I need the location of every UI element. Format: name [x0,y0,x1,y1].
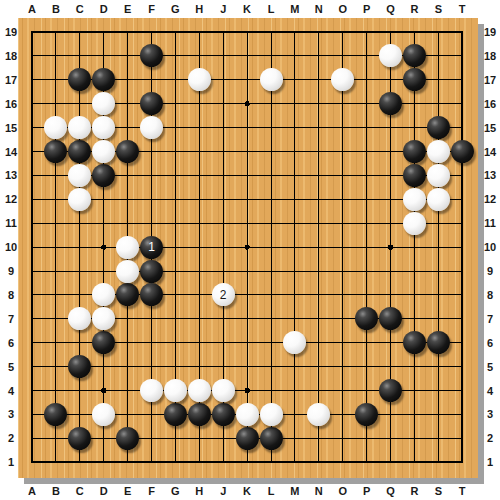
coord-bottom-J: J [220,485,226,497]
coord-top-N: N [315,3,323,15]
coord-left-17: 17 [5,74,17,86]
stone-black-P3 [355,403,378,426]
stone-white-S12 [427,188,450,211]
coord-bottom-R: R [410,485,418,497]
stone-white-H17 [188,68,211,91]
coord-top-O: O [338,3,347,15]
coord-bottom-L: L [268,485,275,497]
coord-top-J: J [220,3,226,15]
stone-black-F9 [140,260,163,283]
coord-left-10: 10 [5,241,17,253]
coord-right-11: 11 [484,217,496,229]
stone-white-H4 [188,379,211,402]
stone-black-R14 [403,140,426,163]
stone-black-R6 [403,331,426,354]
stone-black-E14 [116,140,139,163]
stone-white-E9 [116,260,139,283]
coord-bottom-G: G [171,485,180,497]
star-point-K16 [245,101,250,106]
stone-white-E10 [116,236,139,259]
stone-black-Q4 [379,379,402,402]
move-number-label: 1 [148,241,155,253]
coord-left-11: 11 [5,217,17,229]
coord-top-D: D [100,3,108,15]
go-app-window: 12 ABCDEFGHJKLMNOPQRST ABCDEFGHJKLMNOPQR… [0,0,500,500]
stone-black-S15 [427,116,450,139]
coord-top-T: T [459,3,466,15]
coord-top-C: C [76,3,84,15]
coord-right-14: 14 [484,146,496,158]
coord-left-6: 6 [8,337,14,349]
coord-left-2: 2 [8,432,14,444]
stone-white-R11 [403,212,426,235]
star-point-Q10 [388,245,393,250]
coord-right-19: 19 [484,26,496,38]
coord-bottom-H: H [195,485,203,497]
coord-top-F: F [148,3,155,15]
stone-white-S13 [427,164,450,187]
coord-right-12: 12 [484,193,496,205]
stone-black-J3 [212,403,235,426]
stone-white-J8: 2 [212,283,235,306]
coord-top-S: S [435,3,442,15]
coord-right-15: 15 [484,122,496,134]
coord-bottom-S: S [435,485,442,497]
stone-black-F10: 1 [140,236,163,259]
coord-left-8: 8 [8,289,14,301]
coord-left-3: 3 [8,408,14,420]
coord-left-19: 19 [5,26,17,38]
coord-left-4: 4 [8,385,14,397]
coord-bottom-N: N [315,485,323,497]
coord-bottom-Q: Q [386,485,395,497]
stone-white-F4 [140,379,163,402]
go-board[interactable]: 12 [18,18,478,478]
stone-black-R13 [403,164,426,187]
coord-bottom-D: D [100,485,108,497]
coord-right-16: 16 [484,98,496,110]
coord-right-4: 4 [487,385,493,397]
coord-top-E: E [124,3,131,15]
coord-bottom-F: F [148,485,155,497]
stone-white-K3 [236,403,259,426]
coord-left-18: 18 [5,50,17,62]
coord-bottom-E: E [124,485,131,497]
coord-bottom-T: T [459,485,466,497]
move-number-label: 2 [220,289,227,301]
stone-black-L2 [260,427,283,450]
coord-top-G: G [171,3,180,15]
coord-left-14: 14 [5,146,17,158]
coord-bottom-C: C [76,485,84,497]
stone-white-G4 [164,379,187,402]
coord-top-R: R [410,3,418,15]
stone-white-F15 [140,116,163,139]
star-point-D4 [101,388,106,393]
coord-right-1: 1 [487,456,493,468]
stone-white-D3 [92,403,115,426]
stone-white-J4 [212,379,235,402]
coord-left-13: 13 [5,169,17,181]
star-point-K10 [245,245,250,250]
stone-black-K2 [236,427,259,450]
coord-top-Q: Q [386,3,395,15]
stone-black-G3 [164,403,187,426]
coord-right-3: 3 [487,408,493,420]
coord-left-5: 5 [8,361,14,373]
coord-right-2: 2 [487,432,493,444]
stone-black-S6 [427,331,450,354]
coord-bottom-M: M [290,485,299,497]
coord-right-6: 6 [487,337,493,349]
coord-right-10: 10 [484,241,496,253]
coord-right-8: 8 [487,289,493,301]
coord-right-9: 9 [487,265,493,277]
stone-white-S14 [427,140,450,163]
coord-top-H: H [195,3,203,15]
coord-top-A: A [28,3,36,15]
coord-top-P: P [363,3,370,15]
coord-right-18: 18 [484,50,496,62]
coord-top-K: K [243,3,251,15]
coord-bottom-O: O [338,485,347,497]
star-point-D10 [101,245,106,250]
coord-right-13: 13 [484,169,496,181]
coord-bottom-P: P [363,485,370,497]
star-point-K4 [245,388,250,393]
coord-left-12: 12 [5,193,17,205]
coord-left-9: 9 [8,265,14,277]
stone-black-D13 [92,164,115,187]
stone-white-C12 [68,188,91,211]
stone-white-L17 [260,68,283,91]
stone-white-R12 [403,188,426,211]
coord-left-15: 15 [5,122,17,134]
coord-bottom-A: A [28,485,36,497]
coord-left-7: 7 [8,313,14,325]
stone-white-L3 [260,403,283,426]
coord-bottom-K: K [243,485,251,497]
coord-right-17: 17 [484,74,496,86]
stone-black-T14 [451,140,474,163]
stone-black-C2 [68,427,91,450]
stone-black-H3 [188,403,211,426]
coord-top-M: M [290,3,299,15]
coord-left-16: 16 [5,98,17,110]
coord-bottom-B: B [52,485,60,497]
coord-right-5: 5 [487,361,493,373]
coord-top-B: B [52,3,60,15]
coord-right-7: 7 [487,313,493,325]
coord-left-1: 1 [8,456,14,468]
stone-black-E2 [116,427,139,450]
coord-top-L: L [268,3,275,15]
